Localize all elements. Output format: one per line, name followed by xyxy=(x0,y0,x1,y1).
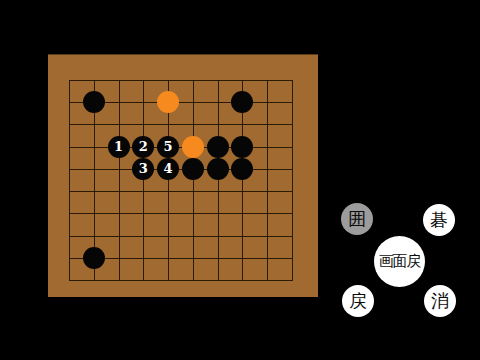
board-cell[interactable] xyxy=(219,214,244,236)
board-cell[interactable] xyxy=(194,192,219,214)
screen-back-button[interactable]: 画面戻 xyxy=(374,236,425,287)
board-cell[interactable] xyxy=(144,192,169,214)
board-cell[interactable] xyxy=(144,214,169,236)
board-cell[interactable] xyxy=(194,148,219,170)
enclose-button[interactable]: 囲 xyxy=(341,203,373,235)
board-cell[interactable] xyxy=(194,214,219,236)
board-cell[interactable] xyxy=(95,237,120,259)
board-cell[interactable] xyxy=(95,103,120,125)
board-cell[interactable] xyxy=(243,214,268,236)
board-cell[interactable] xyxy=(70,148,95,170)
board-cell[interactable] xyxy=(144,259,169,281)
board-cell[interactable] xyxy=(219,148,244,170)
board-cell[interactable] xyxy=(95,192,120,214)
board-cell[interactable] xyxy=(268,214,293,236)
board-cell[interactable] xyxy=(70,259,95,281)
board-cell[interactable] xyxy=(194,237,219,259)
board-cell[interactable] xyxy=(268,81,293,103)
board-cell[interactable] xyxy=(268,192,293,214)
board-cell[interactable] xyxy=(243,125,268,147)
board-cell[interactable] xyxy=(243,148,268,170)
board-cell[interactable] xyxy=(243,259,268,281)
board-cell[interactable] xyxy=(169,237,194,259)
board-cell[interactable] xyxy=(194,259,219,281)
board-cell[interactable] xyxy=(243,81,268,103)
board-cell[interactable] xyxy=(219,259,244,281)
board-cell[interactable] xyxy=(169,125,194,147)
board-cell[interactable] xyxy=(70,170,95,192)
board-cell[interactable] xyxy=(70,103,95,125)
board-cell[interactable] xyxy=(194,81,219,103)
board-cell[interactable] xyxy=(243,237,268,259)
board-cell[interactable] xyxy=(120,81,145,103)
board-cell[interactable] xyxy=(219,103,244,125)
board-cell[interactable] xyxy=(95,81,120,103)
board-cell[interactable] xyxy=(95,148,120,170)
board-cell[interactable] xyxy=(95,214,120,236)
board-cell[interactable] xyxy=(70,237,95,259)
board-cell[interactable] xyxy=(219,237,244,259)
board-cell[interactable] xyxy=(144,237,169,259)
board-cell[interactable] xyxy=(144,103,169,125)
board-cell[interactable] xyxy=(169,259,194,281)
board-cell[interactable] xyxy=(169,103,194,125)
board-cell[interactable] xyxy=(70,125,95,147)
board-cell[interactable] xyxy=(95,259,120,281)
board-cell[interactable] xyxy=(194,125,219,147)
board-cell[interactable] xyxy=(219,81,244,103)
board-cell[interactable] xyxy=(120,259,145,281)
board-cell[interactable] xyxy=(268,259,293,281)
board-cell[interactable] xyxy=(268,170,293,192)
board-cell[interactable] xyxy=(120,170,145,192)
board-cell[interactable] xyxy=(169,81,194,103)
board-cell[interactable] xyxy=(268,237,293,259)
board-cell[interactable] xyxy=(243,170,268,192)
board-cell[interactable] xyxy=(120,237,145,259)
board-cell[interactable] xyxy=(120,125,145,147)
board-cell[interactable] xyxy=(70,192,95,214)
board-cell[interactable] xyxy=(120,192,145,214)
board-cell[interactable] xyxy=(268,125,293,147)
board-cell[interactable] xyxy=(219,170,244,192)
board-cell[interactable] xyxy=(243,192,268,214)
board-cell[interactable] xyxy=(144,81,169,103)
board-cell[interactable] xyxy=(169,170,194,192)
erase-button[interactable]: 消 xyxy=(424,285,456,317)
back-button[interactable]: 戻 xyxy=(342,285,374,317)
board-cell[interactable] xyxy=(120,148,145,170)
board-cell[interactable] xyxy=(194,170,219,192)
board-cell[interactable] xyxy=(70,81,95,103)
board-cell[interactable] xyxy=(219,125,244,147)
go-button[interactable]: 碁 xyxy=(423,204,455,236)
board-cell[interactable] xyxy=(95,125,120,147)
board-cell[interactable] xyxy=(144,148,169,170)
board-cell[interactable] xyxy=(243,103,268,125)
board-grid[interactable] xyxy=(69,80,293,281)
board-cell[interactable] xyxy=(120,214,145,236)
board-cell[interactable] xyxy=(268,103,293,125)
board-cell[interactable] xyxy=(268,148,293,170)
board-cell[interactable] xyxy=(169,214,194,236)
go-board[interactable]: 12534 xyxy=(48,54,318,297)
board-cell[interactable] xyxy=(169,192,194,214)
board-cell[interactable] xyxy=(219,192,244,214)
board-cell[interactable] xyxy=(144,125,169,147)
board-cell[interactable] xyxy=(95,170,120,192)
board-cell[interactable] xyxy=(169,148,194,170)
board-cell[interactable] xyxy=(70,214,95,236)
board-cell[interactable] xyxy=(194,103,219,125)
board-cell[interactable] xyxy=(144,170,169,192)
board-cell[interactable] xyxy=(120,103,145,125)
app-screen: 12534 囲 碁 画面戻 戻 消 xyxy=(0,0,480,360)
